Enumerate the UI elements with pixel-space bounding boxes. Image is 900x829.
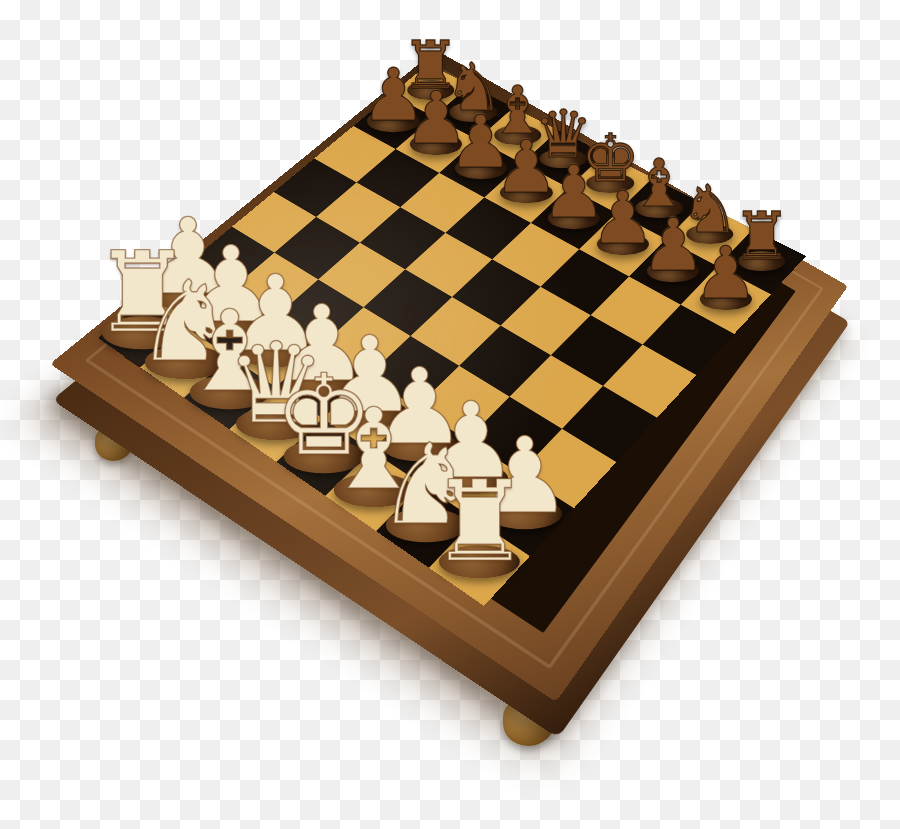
scene-background: ♜♞♝♛♚♝♞♜♟♟♟♟♟♟♟♟♟♟♟♟♟♟♟♟♜♞♝♛♚♝♞♜ bbox=[0, 0, 900, 829]
black-pawn-glyph: ♟ bbox=[693, 237, 758, 310]
white-rook-glyph: ♜ bbox=[429, 466, 529, 578]
